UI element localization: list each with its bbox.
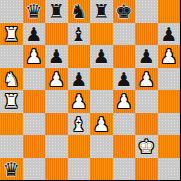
black-bishop[interactable]: ♝ — [70, 23, 87, 46]
chess-board: ♛♜♞♜♚♜♟♝♟♟♟♟♟♟♞♟♟♟♟♜♟♟♝♟♚♛ — [0, 0, 180, 180]
square-a5[interactable]: ♞ — [0, 68, 23, 91]
square-e8[interactable]: ♜ — [90, 0, 113, 23]
square-d5[interactable]: ♟ — [68, 68, 91, 91]
square-a8[interactable] — [0, 0, 23, 23]
square-b7[interactable]: ♟ — [23, 23, 46, 46]
square-d6[interactable] — [68, 45, 91, 68]
square-e7[interactable] — [90, 23, 113, 46]
black-queen[interactable]: ♛ — [25, 0, 42, 23]
black-pawn[interactable]: ♟ — [48, 45, 65, 68]
square-b4[interactable] — [23, 90, 46, 113]
square-g2[interactable]: ♚ — [135, 135, 158, 158]
white-pawn[interactable]: ♟ — [70, 90, 87, 113]
square-d1[interactable] — [68, 158, 91, 181]
square-c2[interactable] — [45, 135, 68, 158]
square-b5[interactable] — [23, 68, 46, 91]
square-h2[interactable] — [158, 135, 181, 158]
square-h8[interactable] — [158, 0, 181, 23]
square-d3[interactable]: ♝ — [68, 113, 91, 136]
square-f1[interactable] — [113, 158, 136, 181]
square-h7[interactable]: ♟ — [158, 23, 181, 46]
black-pawn[interactable]: ♟ — [25, 23, 42, 46]
square-e2[interactable] — [90, 135, 113, 158]
square-c1[interactable] — [45, 158, 68, 181]
square-e6[interactable]: ♟ — [90, 45, 113, 68]
square-c7[interactable] — [45, 23, 68, 46]
black-pawn[interactable]: ♟ — [93, 45, 110, 68]
square-f2[interactable] — [113, 135, 136, 158]
square-c8[interactable]: ♜ — [45, 0, 68, 23]
square-d4[interactable]: ♟ — [68, 90, 91, 113]
white-king[interactable]: ♚ — [138, 135, 155, 158]
square-f5[interactable]: ♟ — [113, 68, 136, 91]
square-g3[interactable] — [135, 113, 158, 136]
square-e4[interactable] — [90, 90, 113, 113]
black-pawn[interactable]: ♟ — [70, 68, 87, 91]
black-pawn[interactable]: ♟ — [138, 45, 155, 68]
white-pawn[interactable]: ♟ — [160, 45, 177, 68]
white-knight[interactable]: ♞ — [3, 68, 20, 91]
square-a1[interactable]: ♛ — [0, 158, 23, 181]
white-rook[interactable]: ♜ — [3, 90, 20, 113]
square-g6[interactable]: ♟ — [135, 45, 158, 68]
square-e5[interactable] — [90, 68, 113, 91]
square-d7[interactable]: ♝ — [68, 23, 91, 46]
square-g4[interactable] — [135, 90, 158, 113]
white-pawn[interactable]: ♟ — [25, 45, 42, 68]
square-g5[interactable]: ♟ — [135, 68, 158, 91]
square-d8[interactable]: ♞ — [68, 0, 91, 23]
white-bishop[interactable]: ♝ — [70, 113, 87, 136]
square-f3[interactable] — [113, 113, 136, 136]
square-b8[interactable]: ♛ — [23, 0, 46, 23]
square-b3[interactable] — [23, 113, 46, 136]
square-h4[interactable] — [158, 90, 181, 113]
white-pawn[interactable]: ♟ — [138, 68, 155, 91]
black-rook[interactable]: ♜ — [93, 0, 110, 23]
black-pawn[interactable]: ♟ — [115, 68, 132, 91]
black-knight[interactable]: ♞ — [70, 0, 87, 23]
white-rook[interactable]: ♜ — [3, 23, 20, 46]
square-f8[interactable]: ♚ — [113, 0, 136, 23]
square-b6[interactable]: ♟ — [23, 45, 46, 68]
black-rook[interactable]: ♜ — [48, 0, 65, 23]
square-a6[interactable] — [0, 45, 23, 68]
square-h6[interactable]: ♟ — [158, 45, 181, 68]
black-pawn[interactable]: ♟ — [160, 23, 177, 46]
white-pawn[interactable]: ♟ — [115, 90, 132, 113]
square-e1[interactable] — [90, 158, 113, 181]
square-h3[interactable] — [158, 113, 181, 136]
square-g1[interactable] — [135, 158, 158, 181]
square-g7[interactable] — [135, 23, 158, 46]
square-c6[interactable]: ♟ — [45, 45, 68, 68]
white-pawn[interactable]: ♟ — [48, 68, 65, 91]
square-h5[interactable] — [158, 68, 181, 91]
square-f7[interactable] — [113, 23, 136, 46]
square-b1[interactable] — [23, 158, 46, 181]
square-f4[interactable]: ♟ — [113, 90, 136, 113]
square-g8[interactable] — [135, 0, 158, 23]
square-c4[interactable] — [45, 90, 68, 113]
square-f6[interactable] — [113, 45, 136, 68]
square-a3[interactable] — [0, 113, 23, 136]
square-e3[interactable]: ♟ — [90, 113, 113, 136]
square-a7[interactable]: ♜ — [0, 23, 23, 46]
black-king[interactable]: ♚ — [115, 0, 132, 23]
square-a4[interactable]: ♜ — [0, 90, 23, 113]
square-a2[interactable] — [0, 135, 23, 158]
square-h1[interactable] — [158, 158, 181, 181]
white-pawn[interactable]: ♟ — [93, 113, 110, 136]
black-queen[interactable]: ♛ — [3, 158, 20, 181]
square-c3[interactable] — [45, 113, 68, 136]
square-d2[interactable] — [68, 135, 91, 158]
square-c5[interactable]: ♟ — [45, 68, 68, 91]
square-b2[interactable] — [23, 135, 46, 158]
